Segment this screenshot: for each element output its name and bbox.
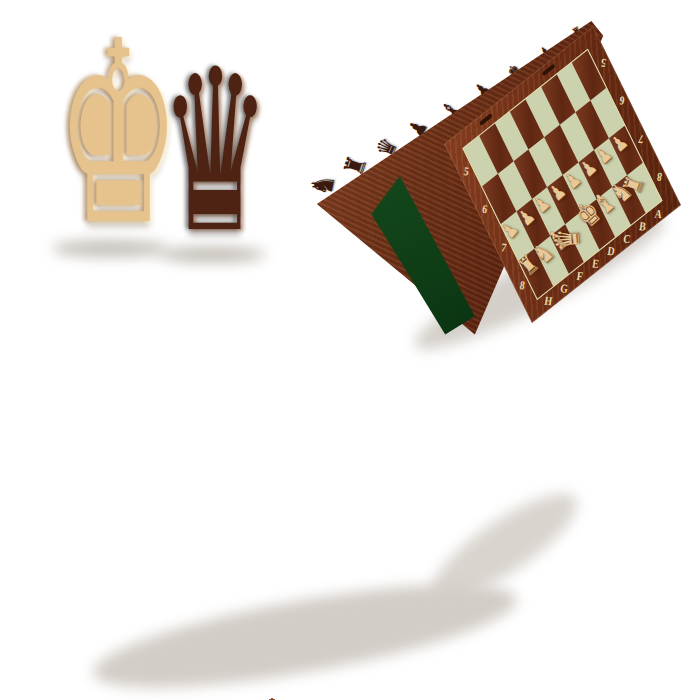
open-board-scene: 11AA22BB33CC44DD55EE66FF77GG88HH ♜♟♟♜♞♟♟…: [0, 330, 700, 700]
product-photo-stage: ♚ ♛ ♞♜♛♟♝♟♚♟♜ 55667788HGFEDCBA ♟♟♟♟♟♟♟♟♜…: [0, 0, 700, 700]
folded-label-bottom-F: F: [576, 269, 584, 282]
folded-board: ♞♜♛♟♝♟♚♟♜ 55667788HGFEDCBA ♟♟♟♟♟♟♟♟♜♞♝♛♚…: [305, 16, 700, 346]
folded-label-left-7: 7: [500, 242, 507, 255]
folded-label-bottom-D: D: [607, 245, 616, 258]
folded-label-bottom-A: A: [654, 207, 663, 220]
folded-label-bottom-E: E: [591, 257, 599, 270]
folded-label-bottom-C: C: [622, 232, 631, 245]
folded-label-bottom-G: G: [559, 282, 568, 295]
folded-piece-white-Q-8-3: ♛: [549, 226, 585, 252]
standalone-light-king-piece: ♚: [56, 8, 150, 260]
folded-label-bottom-H: H: [544, 294, 553, 307]
folded-label-left-5: 5: [463, 166, 470, 179]
folded-label-left-8: 8: [519, 280, 526, 293]
standalone-dark-queen-piece: ♛: [160, 40, 248, 264]
folded-label-right-7: 7: [637, 133, 644, 146]
folded-label-left-6: 6: [481, 204, 488, 217]
folded-label-bottom-B: B: [638, 220, 646, 233]
